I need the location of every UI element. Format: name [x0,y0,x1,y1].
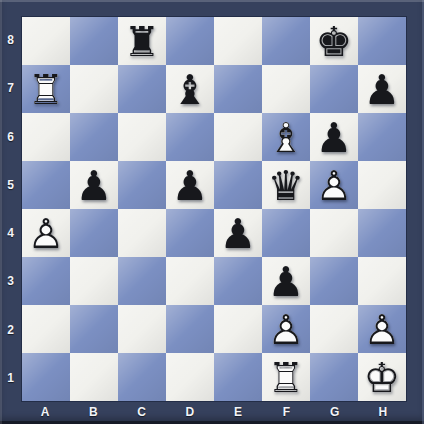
square-f2[interactable]: ♟♙ [262,305,310,353]
square-c8[interactable]: ♜ [118,17,166,65]
square-b1[interactable] [70,353,118,401]
black-piece-body: ♚ [310,17,358,65]
square-a6[interactable] [22,113,70,161]
piece-white-rook[interactable]: ♜♖ [262,353,310,401]
square-a3[interactable] [22,257,70,305]
rank-label-6: 6 [0,113,21,161]
piece-black-pawn[interactable]: ♟ [166,161,214,209]
square-h8[interactable] [358,17,406,65]
square-f7[interactable] [262,65,310,113]
square-e3[interactable] [214,257,262,305]
square-h2[interactable]: ♟♙ [358,305,406,353]
file-label-c: C [118,402,166,422]
piece-white-rook[interactable]: ♜♖ [22,65,70,113]
square-e1[interactable] [214,353,262,401]
square-g6[interactable]: ♟ [310,113,358,161]
square-g5[interactable]: ♟♙ [310,161,358,209]
square-h1[interactable]: ♚♔ [358,353,406,401]
white-piece-outline: ♗ [262,113,310,161]
white-piece-outline: ♔ [358,353,406,401]
square-g7[interactable] [310,65,358,113]
square-f5[interactable]: ♛ [262,161,310,209]
white-piece-outline: ♖ [22,65,70,113]
square-d7[interactable]: ♝ [166,65,214,113]
square-a7[interactable]: ♜♖ [22,65,70,113]
rank-label-2: 2 [0,306,21,354]
black-piece-body: ♜ [118,17,166,65]
piece-white-pawn[interactable]: ♟♙ [358,305,406,353]
white-piece-outline: ♙ [22,209,70,257]
square-b6[interactable] [70,113,118,161]
piece-white-king[interactable]: ♚♔ [358,353,406,401]
square-a4[interactable]: ♟♙ [22,209,70,257]
square-d3[interactable] [166,257,214,305]
square-e8[interactable] [214,17,262,65]
square-h5[interactable] [358,161,406,209]
square-b4[interactable] [70,209,118,257]
piece-white-pawn[interactable]: ♟♙ [310,161,358,209]
board-frame: 87654321 ♜♚♜♖♝♟♝♗♟♟♟♛♟♙♟♙♟♟♟♙♟♙♜♖♚♔ ABCD… [0,0,424,424]
rank-label-5: 5 [0,161,21,209]
square-d2[interactable] [166,305,214,353]
piece-black-queen[interactable]: ♛ [262,161,310,209]
square-h3[interactable] [358,257,406,305]
square-d6[interactable] [166,113,214,161]
white-piece-outline: ♙ [358,305,406,353]
black-piece-body: ♟ [214,209,262,257]
square-g3[interactable] [310,257,358,305]
file-label-d: D [166,402,214,422]
square-b5[interactable]: ♟ [70,161,118,209]
black-piece-body: ♟ [358,65,406,113]
square-e5[interactable] [214,161,262,209]
square-h4[interactable] [358,209,406,257]
board-outline: ♜♚♜♖♝♟♝♗♟♟♟♛♟♙♟♙♟♟♟♙♟♙♜♖♚♔ [21,16,407,402]
rank-label-1: 1 [0,354,21,402]
square-d5[interactable]: ♟ [166,161,214,209]
square-h7[interactable]: ♟ [358,65,406,113]
square-f6[interactable]: ♝♗ [262,113,310,161]
file-labels: ABCDEFGH [21,402,407,422]
file-label-f: F [262,402,310,422]
square-b3[interactable] [70,257,118,305]
piece-black-king[interactable]: ♚ [310,17,358,65]
file-label-b: B [69,402,117,422]
square-c1[interactable] [118,353,166,401]
square-g2[interactable] [310,305,358,353]
square-d4[interactable] [166,209,214,257]
square-a2[interactable] [22,305,70,353]
square-g4[interactable] [310,209,358,257]
rank-label-7: 7 [0,64,21,112]
square-e4[interactable]: ♟ [214,209,262,257]
rank-label-3: 3 [0,257,21,305]
file-label-g: G [311,402,359,422]
piece-white-bishop[interactable]: ♝♗ [262,113,310,161]
black-piece-body: ♟ [166,161,214,209]
square-b2[interactable] [70,305,118,353]
square-f8[interactable] [262,17,310,65]
square-c7[interactable] [118,65,166,113]
square-g8[interactable]: ♚ [310,17,358,65]
piece-black-rook[interactable]: ♜ [118,17,166,65]
black-piece-body: ♝ [166,65,214,113]
square-e2[interactable] [214,305,262,353]
square-c3[interactable] [118,257,166,305]
black-piece-body: ♟ [310,113,358,161]
chess-board: ♜♚♜♖♝♟♝♗♟♟♟♛♟♙♟♙♟♟♟♙♟♙♜♖♚♔ [22,17,406,401]
file-label-h: H [359,402,407,422]
piece-black-pawn[interactable]: ♟ [310,113,358,161]
square-g1[interactable] [310,353,358,401]
square-f1[interactable]: ♜♖ [262,353,310,401]
square-d8[interactable] [166,17,214,65]
square-f3[interactable]: ♟ [262,257,310,305]
piece-white-pawn[interactable]: ♟♙ [262,305,310,353]
square-c4[interactable] [118,209,166,257]
square-d1[interactable] [166,353,214,401]
square-e7[interactable] [214,65,262,113]
rank-label-4: 4 [0,209,21,257]
square-c6[interactable] [118,113,166,161]
white-piece-outline: ♙ [262,305,310,353]
black-piece-body: ♟ [262,257,310,305]
square-f4[interactable] [262,209,310,257]
square-e6[interactable] [214,113,262,161]
square-b7[interactable] [70,65,118,113]
piece-black-pawn[interactable]: ♟ [214,209,262,257]
piece-black-bishop[interactable]: ♝ [166,65,214,113]
square-a8[interactable] [22,17,70,65]
square-c2[interactable] [118,305,166,353]
black-piece-body: ♛ [262,161,310,209]
white-piece-outline: ♖ [262,353,310,401]
file-label-e: E [214,402,262,422]
square-a1[interactable] [22,353,70,401]
square-a5[interactable] [22,161,70,209]
square-h6[interactable] [358,113,406,161]
square-b8[interactable] [70,17,118,65]
piece-white-pawn[interactable]: ♟♙ [22,209,70,257]
file-label-a: A [21,402,69,422]
piece-black-pawn[interactable]: ♟ [358,65,406,113]
piece-black-pawn[interactable]: ♟ [262,257,310,305]
piece-black-pawn[interactable]: ♟ [70,161,118,209]
rank-label-8: 8 [0,16,21,64]
white-piece-outline: ♙ [310,161,358,209]
square-c5[interactable] [118,161,166,209]
rank-labels: 87654321 [0,16,21,402]
black-piece-body: ♟ [70,161,118,209]
